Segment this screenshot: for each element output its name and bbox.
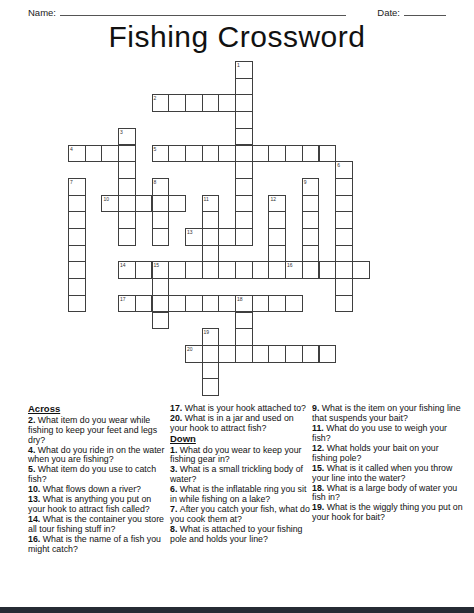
grid-cell[interactable] (319, 345, 337, 363)
grid-cell[interactable] (302, 211, 320, 229)
grid-cell[interactable] (185, 261, 203, 279)
down-clue-18: 18. What is a large body of water you fi… (312, 484, 464, 504)
grid-cell[interactable] (68, 278, 86, 296)
grid-cell[interactable] (118, 195, 136, 213)
grid-cell[interactable] (202, 261, 220, 279)
grid-cell[interactable] (185, 145, 203, 163)
down-clue-11: 11. What do you use to weigh your fish? (312, 424, 464, 444)
grid-cell[interactable] (218, 228, 236, 246)
grid-cell[interactable] (152, 195, 170, 213)
clue-number-label: 10. (28, 484, 43, 494)
clue-number-label: 19. (312, 502, 327, 512)
grid-cell[interactable] (135, 195, 153, 213)
footer-bar (0, 607, 474, 613)
down-clue-1: 1. What do you wear to keep your fishing… (170, 446, 310, 466)
clue-number: 5 (154, 146, 157, 152)
grid-cell[interactable] (319, 145, 337, 163)
grid-cell[interactable] (335, 195, 353, 213)
down-clue-8: 8. What is attached to your fishing pole… (170, 525, 310, 545)
grid-cell[interactable] (218, 345, 236, 363)
across-clue-13: 13. What is anything you put on your hoo… (28, 495, 166, 515)
clue-column-middle: 17. What is your hook attached to?20. Wh… (170, 404, 310, 545)
clue-number: 6 (337, 162, 340, 168)
down-clue-3: 3. What is a small trickling body of wat… (170, 465, 310, 485)
grid-cell[interactable] (68, 228, 86, 246)
grid-cell[interactable]: 20 (185, 345, 203, 363)
grid-cell[interactable] (268, 211, 286, 229)
grid-cell[interactable] (335, 295, 353, 313)
grid-cell[interactable]: 10 (101, 195, 119, 213)
grid-cell[interactable] (152, 278, 170, 296)
clue-number-label: 5. (28, 464, 38, 474)
grid-cell[interactable] (218, 261, 236, 279)
grid-cell[interactable]: 2 (152, 94, 170, 112)
grid-cell[interactable] (101, 145, 119, 163)
grid-cell[interactable] (152, 295, 170, 313)
grid-cell[interactable] (152, 312, 170, 330)
across-heading: Across (28, 404, 166, 415)
clue-number-label: 8. (170, 524, 180, 534)
down-heading: Down (170, 434, 310, 445)
across-clue-5: 5. What item do you use to catch fish? (28, 465, 166, 485)
across-clue-16: 16. What is the name of a fish you might… (28, 535, 166, 555)
clue-number: 15 (154, 262, 160, 268)
name-date-row: Name: Date: (28, 5, 446, 18)
grid-cell[interactable]: 7 (68, 178, 86, 196)
grid-cell[interactable]: 15 (152, 261, 170, 279)
page-title: Fishing Crossword (0, 20, 474, 54)
grid-cell[interactable] (218, 94, 236, 112)
date-label: Date: (377, 7, 400, 18)
clue-number: 4 (70, 146, 73, 152)
grid-cell[interactable] (352, 261, 370, 279)
clue-number: 1 (237, 62, 240, 68)
grid-cell[interactable] (168, 145, 186, 163)
grid-cell[interactable] (168, 195, 186, 213)
clue-column-right: 9. What is the item on your fishing line… (312, 404, 464, 523)
clue-number-label: 18. (312, 483, 327, 493)
across-clue-4: 4. What do you ride in on the water when… (28, 446, 166, 466)
grid-cell[interactable] (118, 211, 136, 229)
down-clue-12: 12. What holds your bait on your fishing… (312, 444, 464, 464)
grid-cell[interactable] (335, 261, 353, 279)
clue-number-label: 9. (312, 403, 322, 413)
grid-cell[interactable] (302, 345, 320, 363)
grid-cell[interactable] (235, 145, 253, 163)
grid-cell[interactable] (68, 195, 86, 213)
grid-cell[interactable] (68, 211, 86, 229)
crossword-grid: 1234567891011121314151617181920 (68, 61, 371, 397)
grid-cell[interactable] (202, 145, 220, 163)
grid-cell[interactable] (235, 78, 253, 96)
grid-cell[interactable] (235, 178, 253, 196)
grid-cell[interactable] (252, 295, 270, 313)
grid-cell[interactable] (235, 312, 253, 330)
grid-cell[interactable] (202, 345, 220, 363)
grid-cell[interactable] (185, 295, 203, 313)
grid-cell[interactable] (302, 228, 320, 246)
across-clue-2: 2. What item do you wear while fishing t… (28, 416, 166, 446)
grid-cell[interactable] (268, 345, 286, 363)
grid-cell[interactable] (135, 261, 153, 279)
grid-cell[interactable] (252, 145, 270, 163)
clue-number-label: 20. (170, 413, 185, 423)
grid-cell[interactable] (285, 145, 303, 163)
grid-cell[interactable]: 5 (152, 145, 170, 163)
grid-cell[interactable] (235, 128, 253, 146)
clue-number-label: 15. (312, 463, 327, 473)
clue-number: 8 (154, 179, 157, 185)
grid-cell[interactable] (68, 261, 86, 279)
clue-number-label: 4. (28, 445, 38, 455)
grid-cell[interactable]: 16 (285, 261, 303, 279)
grid-cell[interactable] (235, 328, 253, 346)
down-clue-7: 7. After you catch your fish, what do yo… (170, 505, 310, 525)
clue-number: 19 (204, 329, 210, 335)
grid-cell[interactable] (319, 261, 337, 279)
grid-cell[interactable] (185, 94, 203, 112)
grid-cell[interactable] (152, 228, 170, 246)
grid-cell[interactable]: 9 (302, 178, 320, 196)
grid-cell[interactable] (152, 211, 170, 229)
clue-number: 18 (237, 296, 243, 302)
clue-number-label: 2. (28, 415, 38, 425)
grid-cell[interactable] (235, 211, 253, 229)
clue-number: 7 (70, 179, 73, 185)
grid-cell[interactable] (235, 111, 253, 129)
clue-number: 12 (270, 196, 276, 202)
clue-number: 3 (120, 129, 123, 135)
grid-cell[interactable] (235, 161, 253, 179)
grid-cell[interactable] (335, 278, 353, 296)
clue-number-label: 1. (170, 445, 180, 455)
grid-cell[interactable] (218, 145, 236, 163)
grid-cell[interactable] (302, 145, 320, 163)
grid-cell[interactable] (168, 295, 186, 313)
clue-number-label: 7. (170, 504, 180, 514)
grid-cell[interactable] (68, 245, 86, 263)
grid-cell[interactable]: 14 (118, 261, 136, 279)
clue-number: 13 (187, 229, 193, 235)
grid-cell[interactable] (235, 195, 253, 213)
clue-number-label: 11. (312, 423, 326, 433)
clue-number-label: 16. (28, 534, 43, 544)
grid-cell[interactable]: 1 (235, 61, 253, 79)
across-clue-14: 14. What is the container you store all … (28, 515, 166, 535)
grid-cell[interactable] (252, 261, 270, 279)
grid-cell[interactable] (252, 345, 270, 363)
grid-cell[interactable] (218, 295, 236, 313)
grid-cell[interactable]: 3 (118, 128, 136, 146)
grid-cell[interactable] (268, 245, 286, 263)
grid-cell[interactable]: 12 (268, 195, 286, 213)
clue-number: 10 (103, 196, 109, 202)
grid-cell[interactable]: 13 (185, 228, 203, 246)
clue-number: 20 (187, 346, 193, 352)
grid-cell[interactable] (202, 362, 220, 380)
clue-number: 14 (120, 262, 126, 268)
grid-cell[interactable]: 8 (152, 178, 170, 196)
clue-column-left: Across2. What item do you wear while fis… (28, 404, 166, 555)
grid-cell[interactable] (118, 161, 136, 179)
grid-cell[interactable] (268, 228, 286, 246)
grid-cell[interactable] (235, 345, 253, 363)
grid-cell[interactable] (118, 228, 136, 246)
across-clue-20: 20. What is in a jar and used on your ho… (170, 414, 310, 434)
grid-cell[interactable] (302, 195, 320, 213)
grid-cell[interactable] (268, 261, 286, 279)
grid-cell[interactable] (235, 228, 253, 246)
clue-number: 16 (287, 262, 293, 268)
grid-cell[interactable] (268, 145, 286, 163)
grid-cell[interactable] (85, 145, 103, 163)
grid-cell[interactable] (285, 345, 303, 363)
grid-cell[interactable] (118, 145, 136, 163)
name-label: Name: (28, 7, 56, 18)
clue-number-label: 17. (170, 403, 185, 413)
clue-number: 2 (154, 95, 157, 101)
grid-cell[interactable] (68, 295, 86, 313)
grid-cell[interactable] (285, 295, 303, 313)
grid-cell[interactable]: 4 (68, 145, 86, 163)
grid-cell[interactable] (335, 178, 353, 196)
grid-cell[interactable] (335, 245, 353, 263)
clue-number-label: 14. (28, 514, 43, 524)
grid-cell[interactable] (335, 211, 353, 229)
down-clue-9: 9. What is the item on your fishing line… (312, 404, 464, 424)
grid-cell[interactable] (168, 261, 186, 279)
grid-cell[interactable] (168, 94, 186, 112)
down-clue-19: 19. What is the wiggly thing you put on … (312, 503, 464, 523)
grid-cell[interactable] (335, 228, 353, 246)
grid-cell[interactable]: 11 (202, 195, 220, 213)
grid-cell[interactable] (202, 211, 220, 229)
clue-number-label: 13. (28, 494, 43, 504)
grid-cell[interactable] (202, 228, 220, 246)
name-blank-line[interactable] (60, 5, 346, 16)
clue-number-label: 3. (170, 464, 180, 474)
grid-cell[interactable] (202, 94, 220, 112)
grid-cell[interactable] (302, 261, 320, 279)
grid-cell[interactable] (202, 245, 220, 263)
grid-cell[interactable] (202, 378, 220, 396)
grid-cell[interactable] (235, 261, 253, 279)
clue-number: 11 (204, 196, 209, 202)
grid-cell[interactable] (118, 178, 136, 196)
grid-cell[interactable]: 17 (118, 295, 136, 313)
clue-number: 9 (304, 179, 307, 185)
grid-cell[interactable] (202, 295, 220, 313)
down-clue-15: 15. What is it called when you throw you… (312, 464, 464, 484)
grid-cell[interactable]: 6 (335, 161, 353, 179)
down-clue-6: 6. What is the inflatable ring you sit i… (170, 485, 310, 505)
worksheet-page: Name: Date: Fishing Crossword 1234567891… (0, 0, 474, 613)
date-blank-line[interactable] (404, 5, 446, 16)
grid-cell[interactable]: 18 (235, 295, 253, 313)
grid-cell[interactable] (135, 295, 153, 313)
clue-number: 17 (120, 296, 126, 302)
clue-number-label: 12. (312, 443, 327, 453)
grid-cell[interactable] (302, 245, 320, 263)
clue-number-label: 6. (170, 484, 180, 494)
grid-cell[interactable] (235, 94, 253, 112)
grid-cell[interactable]: 19 (202, 328, 220, 346)
grid-cell[interactable] (268, 295, 286, 313)
